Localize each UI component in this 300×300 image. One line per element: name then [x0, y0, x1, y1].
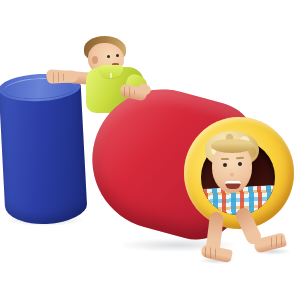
toddler-shirt-collar	[99, 65, 123, 78]
toddler-right-eye	[116, 54, 119, 57]
blue-foam-cylinder	[0, 72, 88, 226]
crawler-right-eye	[238, 162, 242, 166]
crawler-hair-fringe	[211, 139, 253, 153]
toddler-ear	[92, 56, 98, 64]
crawler-left-eyebrow	[221, 158, 229, 160]
blue-cylinder-side	[0, 85, 88, 226]
crawler-nose	[229, 172, 235, 177]
toddler-left-hand	[47, 70, 79, 84]
toddler-left-eye	[107, 55, 110, 58]
crawler-left-eye	[223, 163, 227, 167]
product-photo-scene	[0, 0, 300, 300]
